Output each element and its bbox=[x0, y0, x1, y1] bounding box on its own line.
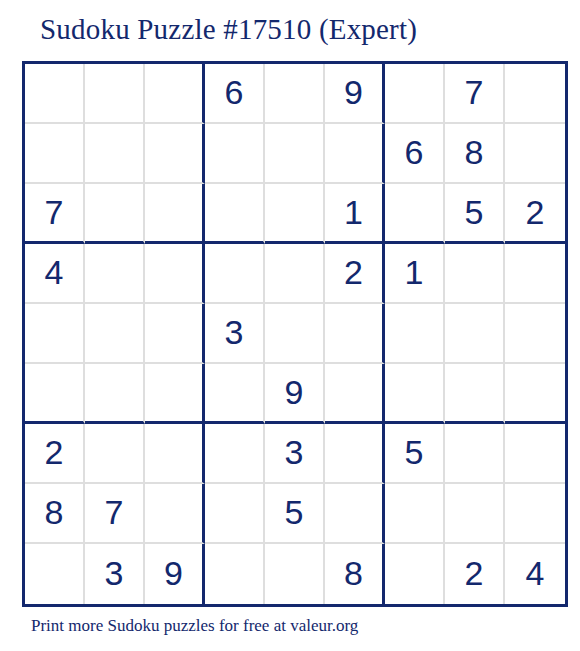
sudoku-cell[interactable] bbox=[25, 124, 85, 184]
sudoku-cell[interactable] bbox=[145, 484, 205, 544]
sudoku-cell[interactable] bbox=[265, 244, 325, 304]
sudoku-cell[interactable] bbox=[145, 304, 205, 364]
sudoku-cell[interactable]: 1 bbox=[325, 184, 385, 244]
sudoku-cell[interactable] bbox=[325, 484, 385, 544]
sudoku-cell[interactable] bbox=[145, 424, 205, 484]
sudoku-cell[interactable]: 8 bbox=[445, 124, 505, 184]
sudoku-cell[interactable]: 9 bbox=[265, 364, 325, 424]
sudoku-cell[interactable] bbox=[85, 424, 145, 484]
sudoku-cell[interactable]: 2 bbox=[445, 544, 505, 604]
sudoku-cell[interactable]: 3 bbox=[265, 424, 325, 484]
sudoku-cell[interactable]: 4 bbox=[25, 244, 85, 304]
sudoku-cell[interactable]: 3 bbox=[85, 544, 145, 604]
sudoku-cell[interactable]: 8 bbox=[325, 544, 385, 604]
sudoku-cell[interactable]: 6 bbox=[205, 64, 265, 124]
sudoku-cell[interactable] bbox=[205, 244, 265, 304]
sudoku-cell[interactable] bbox=[205, 124, 265, 184]
sudoku-cell[interactable] bbox=[265, 64, 325, 124]
sudoku-cell[interactable] bbox=[265, 304, 325, 364]
sudoku-cell[interactable]: 1 bbox=[385, 244, 445, 304]
sudoku-board: 6976871524213923587539824 bbox=[22, 61, 568, 607]
sudoku-cell[interactable] bbox=[25, 364, 85, 424]
sudoku-cell[interactable] bbox=[445, 364, 505, 424]
sudoku-cell[interactable] bbox=[25, 304, 85, 364]
sudoku-cell[interactable] bbox=[445, 304, 505, 364]
sudoku-cell[interactable] bbox=[205, 544, 265, 604]
sudoku-cell[interactable] bbox=[325, 304, 385, 364]
footer-text: Print more Sudoku puzzles for free at va… bbox=[31, 616, 580, 636]
sudoku-cell[interactable] bbox=[325, 364, 385, 424]
sudoku-cell[interactable] bbox=[85, 124, 145, 184]
sudoku-cell[interactable] bbox=[145, 364, 205, 424]
sudoku-cell[interactable] bbox=[25, 64, 85, 124]
sudoku-cell[interactable]: 2 bbox=[325, 244, 385, 304]
sudoku-cell[interactable]: 4 bbox=[505, 544, 565, 604]
sudoku-cell[interactable]: 2 bbox=[25, 424, 85, 484]
sudoku-cell[interactable] bbox=[145, 64, 205, 124]
sudoku-cell[interactable] bbox=[265, 124, 325, 184]
sudoku-cell[interactable] bbox=[505, 424, 565, 484]
sudoku-cell[interactable] bbox=[25, 544, 85, 604]
sudoku-cell[interactable] bbox=[85, 184, 145, 244]
sudoku-cell[interactable]: 8 bbox=[25, 484, 85, 544]
sudoku-cell[interactable] bbox=[505, 124, 565, 184]
sudoku-cell[interactable] bbox=[445, 424, 505, 484]
sudoku-cell[interactable] bbox=[385, 64, 445, 124]
sudoku-cell[interactable]: 7 bbox=[445, 64, 505, 124]
sudoku-cell[interactable] bbox=[505, 304, 565, 364]
sudoku-cell[interactable] bbox=[445, 484, 505, 544]
sudoku-cell[interactable] bbox=[325, 124, 385, 184]
sudoku-cell[interactable]: 3 bbox=[205, 304, 265, 364]
sudoku-cell[interactable] bbox=[385, 364, 445, 424]
sudoku-cell[interactable] bbox=[85, 244, 145, 304]
sudoku-cell[interactable]: 9 bbox=[325, 64, 385, 124]
sudoku-cell[interactable]: 9 bbox=[145, 544, 205, 604]
sudoku-cell[interactable] bbox=[205, 364, 265, 424]
sudoku-cell[interactable] bbox=[85, 64, 145, 124]
sudoku-cell[interactable] bbox=[325, 424, 385, 484]
sudoku-cell[interactable] bbox=[385, 544, 445, 604]
sudoku-page: Sudoku Puzzle #17510 (Expert) 6976871524… bbox=[0, 14, 580, 651]
sudoku-cell[interactable] bbox=[505, 484, 565, 544]
sudoku-cell[interactable] bbox=[145, 124, 205, 184]
sudoku-cell[interactable]: 5 bbox=[265, 484, 325, 544]
sudoku-cell[interactable]: 5 bbox=[445, 184, 505, 244]
sudoku-cell[interactable] bbox=[205, 484, 265, 544]
sudoku-cell[interactable] bbox=[205, 184, 265, 244]
sudoku-cell[interactable] bbox=[505, 364, 565, 424]
sudoku-cell[interactable] bbox=[385, 184, 445, 244]
sudoku-cell[interactable] bbox=[85, 304, 145, 364]
sudoku-cell[interactable] bbox=[265, 184, 325, 244]
page-title: Sudoku Puzzle #17510 (Expert) bbox=[40, 14, 580, 46]
sudoku-cell[interactable] bbox=[445, 244, 505, 304]
sudoku-cell[interactable]: 7 bbox=[25, 184, 85, 244]
sudoku-cell[interactable] bbox=[145, 244, 205, 304]
sudoku-cell[interactable]: 7 bbox=[85, 484, 145, 544]
sudoku-cell[interactable] bbox=[385, 304, 445, 364]
sudoku-cell[interactable] bbox=[145, 184, 205, 244]
sudoku-cell[interactable] bbox=[505, 244, 565, 304]
sudoku-cell[interactable] bbox=[385, 484, 445, 544]
sudoku-cell[interactable]: 2 bbox=[505, 184, 565, 244]
sudoku-cell[interactable] bbox=[205, 424, 265, 484]
sudoku-cell[interactable]: 6 bbox=[385, 124, 445, 184]
sudoku-cell[interactable]: 5 bbox=[385, 424, 445, 484]
sudoku-cell[interactable] bbox=[85, 364, 145, 424]
sudoku-cell[interactable] bbox=[505, 64, 565, 124]
sudoku-cell[interactable] bbox=[265, 544, 325, 604]
